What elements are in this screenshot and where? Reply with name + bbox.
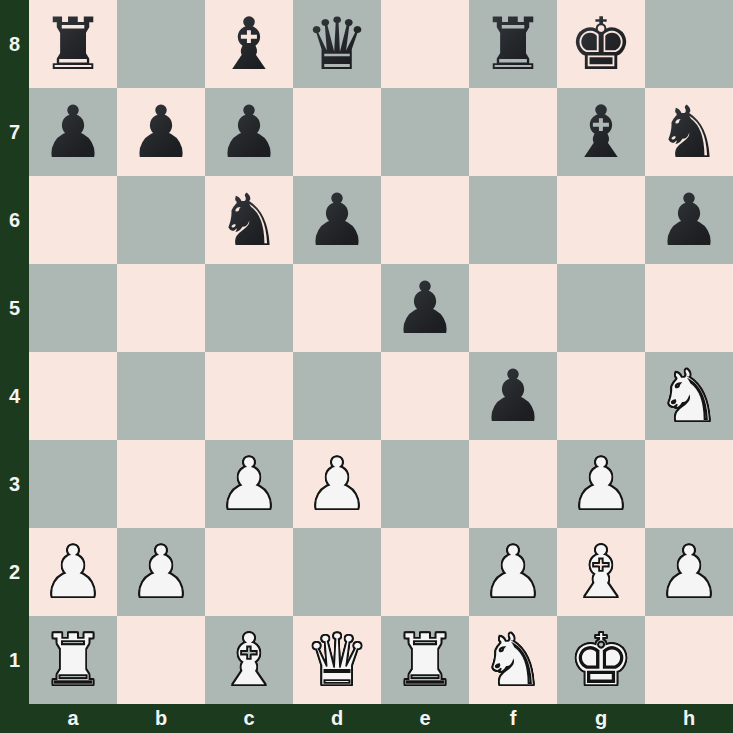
- square-h1[interactable]: [645, 616, 733, 704]
- square-d4[interactable]: [293, 352, 381, 440]
- square-d6[interactable]: ♟: [293, 176, 381, 264]
- square-a8[interactable]: ♜: [29, 0, 117, 88]
- square-g4[interactable]: [557, 352, 645, 440]
- piece-white-pawn[interactable]: ♟: [305, 440, 370, 528]
- piece-white-knight[interactable]: ♞: [481, 616, 546, 704]
- square-a1[interactable]: ♜: [29, 616, 117, 704]
- square-b6[interactable]: [117, 176, 205, 264]
- square-c8[interactable]: ♝: [205, 0, 293, 88]
- square-b1[interactable]: [117, 616, 205, 704]
- square-a4[interactable]: [29, 352, 117, 440]
- rank-label-6: 6: [0, 176, 29, 264]
- square-b7[interactable]: ♟: [117, 88, 205, 176]
- square-c4[interactable]: [205, 352, 293, 440]
- square-b4[interactable]: [117, 352, 205, 440]
- square-c5[interactable]: [205, 264, 293, 352]
- square-e6[interactable]: [381, 176, 469, 264]
- square-d1[interactable]: ♛: [293, 616, 381, 704]
- piece-black-knight[interactable]: ♞: [657, 88, 722, 176]
- square-b2[interactable]: ♟: [117, 528, 205, 616]
- piece-black-pawn[interactable]: ♟: [657, 176, 722, 264]
- file-labels: abcdefgh: [29, 704, 733, 733]
- square-g3[interactable]: ♟: [557, 440, 645, 528]
- piece-white-knight[interactable]: ♞: [657, 352, 722, 440]
- board-corner: [0, 704, 29, 733]
- square-d8[interactable]: ♛: [293, 0, 381, 88]
- piece-white-pawn[interactable]: ♟: [217, 440, 282, 528]
- rank-label-1: 1: [0, 616, 29, 704]
- chess-board-frame: 87654321 ♜♝♛♜♚♟♟♟♝♞♞♟♟♟♟♞♟♟♟♟♟♟♝♟♜♝♛♜♞♚ …: [0, 0, 733, 733]
- square-f6[interactable]: [469, 176, 557, 264]
- piece-white-pawn[interactable]: ♟: [481, 528, 546, 616]
- piece-black-bishop[interactable]: ♝: [217, 0, 282, 88]
- piece-black-pawn[interactable]: ♟: [129, 88, 194, 176]
- square-h7[interactable]: ♞: [645, 88, 733, 176]
- square-c3[interactable]: ♟: [205, 440, 293, 528]
- square-d2[interactable]: [293, 528, 381, 616]
- square-f7[interactable]: [469, 88, 557, 176]
- piece-black-rook[interactable]: ♜: [41, 0, 106, 88]
- square-c7[interactable]: ♟: [205, 88, 293, 176]
- square-h4[interactable]: ♞: [645, 352, 733, 440]
- square-h2[interactable]: ♟: [645, 528, 733, 616]
- file-label-a: a: [29, 704, 117, 733]
- piece-white-pawn[interactable]: ♟: [657, 528, 722, 616]
- rank-label-8: 8: [0, 0, 29, 88]
- file-label-d: d: [293, 704, 381, 733]
- file-label-f: f: [469, 704, 557, 733]
- rank-label-7: 7: [0, 88, 29, 176]
- square-f4[interactable]: ♟: [469, 352, 557, 440]
- rank-label-4: 4: [0, 352, 29, 440]
- chess-board[interactable]: ♜♝♛♜♚♟♟♟♝♞♞♟♟♟♟♞♟♟♟♟♟♟♝♟♜♝♛♜♞♚: [29, 0, 733, 704]
- square-a3[interactable]: [29, 440, 117, 528]
- square-g2[interactable]: ♝: [557, 528, 645, 616]
- square-c2[interactable]: [205, 528, 293, 616]
- square-h3[interactable]: [645, 440, 733, 528]
- square-d5[interactable]: [293, 264, 381, 352]
- piece-white-rook[interactable]: ♜: [393, 616, 458, 704]
- square-a7[interactable]: ♟: [29, 88, 117, 176]
- rank-labels: 87654321: [0, 0, 29, 704]
- square-a5[interactable]: [29, 264, 117, 352]
- square-g5[interactable]: [557, 264, 645, 352]
- piece-white-pawn[interactable]: ♟: [129, 528, 194, 616]
- square-a6[interactable]: [29, 176, 117, 264]
- piece-white-rook[interactable]: ♜: [41, 616, 106, 704]
- square-h6[interactable]: ♟: [645, 176, 733, 264]
- square-e1[interactable]: ♜: [381, 616, 469, 704]
- file-label-h: h: [645, 704, 733, 733]
- piece-black-rook[interactable]: ♜: [481, 0, 546, 88]
- square-f5[interactable]: [469, 264, 557, 352]
- piece-black-queen[interactable]: ♛: [305, 0, 370, 88]
- square-c1[interactable]: ♝: [205, 616, 293, 704]
- piece-white-bishop[interactable]: ♝: [217, 616, 282, 704]
- square-d3[interactable]: ♟: [293, 440, 381, 528]
- piece-white-pawn[interactable]: ♟: [569, 440, 634, 528]
- square-b8[interactable]: [117, 0, 205, 88]
- square-e7[interactable]: [381, 88, 469, 176]
- rank-label-5: 5: [0, 264, 29, 352]
- square-e2[interactable]: [381, 528, 469, 616]
- square-e4[interactable]: [381, 352, 469, 440]
- file-label-b: b: [117, 704, 205, 733]
- file-label-g: g: [557, 704, 645, 733]
- file-label-c: c: [205, 704, 293, 733]
- square-b5[interactable]: [117, 264, 205, 352]
- square-b3[interactable]: [117, 440, 205, 528]
- piece-black-pawn[interactable]: ♟: [393, 264, 458, 352]
- square-g6[interactable]: [557, 176, 645, 264]
- square-h8[interactable]: [645, 0, 733, 88]
- rank-label-3: 3: [0, 440, 29, 528]
- piece-white-bishop[interactable]: ♝: [569, 528, 634, 616]
- square-a2[interactable]: ♟: [29, 528, 117, 616]
- file-label-e: e: [381, 704, 469, 733]
- square-e5[interactable]: ♟: [381, 264, 469, 352]
- square-f3[interactable]: [469, 440, 557, 528]
- piece-white-king[interactable]: ♚: [569, 616, 634, 704]
- square-f1[interactable]: ♞: [469, 616, 557, 704]
- piece-black-pawn[interactable]: ♟: [41, 88, 106, 176]
- square-g8[interactable]: ♚: [557, 0, 645, 88]
- square-d7[interactable]: [293, 88, 381, 176]
- square-f2[interactable]: ♟: [469, 528, 557, 616]
- square-f8[interactable]: ♜: [469, 0, 557, 88]
- piece-black-king[interactable]: ♚: [569, 0, 634, 88]
- piece-white-pawn[interactable]: ♟: [41, 528, 106, 616]
- square-g1[interactable]: ♚: [557, 616, 645, 704]
- piece-white-queen[interactable]: ♛: [305, 616, 370, 704]
- piece-black-knight[interactable]: ♞: [217, 176, 282, 264]
- square-e3[interactable]: [381, 440, 469, 528]
- square-e8[interactable]: [381, 0, 469, 88]
- piece-black-pawn[interactable]: ♟: [217, 88, 282, 176]
- square-c6[interactable]: ♞: [205, 176, 293, 264]
- rank-label-2: 2: [0, 528, 29, 616]
- piece-black-bishop[interactable]: ♝: [569, 88, 634, 176]
- piece-black-pawn[interactable]: ♟: [481, 352, 546, 440]
- square-g7[interactable]: ♝: [557, 88, 645, 176]
- piece-black-pawn[interactable]: ♟: [305, 176, 370, 264]
- square-h5[interactable]: [645, 264, 733, 352]
